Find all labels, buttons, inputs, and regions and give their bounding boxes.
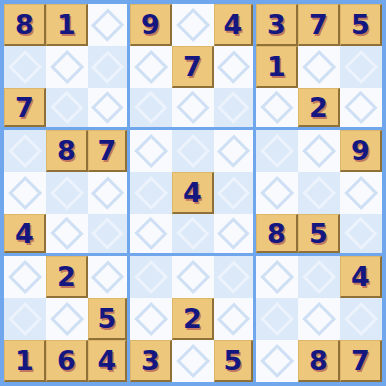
empty-cell xyxy=(4,46,46,88)
cell-r3c4[interactable] xyxy=(130,88,172,130)
empty-cell xyxy=(298,256,340,298)
empty-cell xyxy=(214,298,253,340)
diamond-decoration-icon xyxy=(302,134,336,168)
given-digit: 1 xyxy=(4,340,46,382)
given-digit: 8 xyxy=(298,340,340,382)
diamond-decoration-icon xyxy=(91,260,124,293)
empty-cell xyxy=(172,88,214,127)
cell-r5c6[interactable] xyxy=(214,172,256,214)
cell-r1c9[interactable]: 5 xyxy=(340,4,382,46)
empty-cell xyxy=(46,46,88,88)
cell-r5c9[interactable] xyxy=(340,172,382,214)
diamond-decoration-icon xyxy=(50,176,84,210)
cell-r8c3[interactable]: 5 xyxy=(88,298,130,340)
diamond-decoration-icon xyxy=(218,218,250,250)
diamond-decoration-icon xyxy=(50,217,83,250)
cell-r5c4[interactable] xyxy=(130,172,172,214)
empty-cell xyxy=(298,130,340,172)
cell-r4c6[interactable] xyxy=(214,130,256,172)
empty-cell xyxy=(298,172,340,214)
diamond-decoration-icon xyxy=(134,302,168,336)
cell-r7c6[interactable] xyxy=(214,256,256,298)
diamond-decoration-icon xyxy=(217,134,250,167)
empty-cell xyxy=(130,298,172,340)
cell-r2c2[interactable] xyxy=(46,46,88,88)
empty-cell xyxy=(340,214,382,253)
cell-r4c8[interactable] xyxy=(298,130,340,172)
cell-r5c7[interactable] xyxy=(256,172,298,214)
empty-cell xyxy=(4,172,46,214)
diamond-decoration-icon xyxy=(260,302,294,336)
empty-cell xyxy=(340,298,382,340)
cell-r7c9[interactable]: 4 xyxy=(340,256,382,298)
empty-cell xyxy=(46,172,88,214)
diamond-decoration-icon xyxy=(50,91,83,124)
empty-cell xyxy=(88,172,127,214)
diamond-decoration-icon xyxy=(50,50,84,84)
empty-cell xyxy=(214,46,253,88)
diamond-decoration-icon xyxy=(302,260,336,294)
diamond-decoration-icon xyxy=(302,302,336,336)
cell-r7c5[interactable] xyxy=(172,256,214,298)
cell-r9c4[interactable]: 3 xyxy=(130,340,172,382)
empty-cell xyxy=(340,46,382,88)
given-digit: 4 xyxy=(172,172,214,214)
diamond-decoration-icon xyxy=(176,260,210,294)
cell-r5c8[interactable] xyxy=(298,172,340,214)
cell-r4c1[interactable] xyxy=(4,130,46,172)
diamond-decoration-icon xyxy=(176,91,209,124)
cell-r6c2[interactable] xyxy=(46,214,88,256)
empty-cell xyxy=(172,256,214,298)
diamond-decoration-icon xyxy=(302,50,336,84)
cell-r1c7[interactable]: 3 xyxy=(256,4,298,46)
diamond-decoration-icon xyxy=(176,8,210,42)
cell-r7c7[interactable] xyxy=(256,256,298,298)
diamond-decoration-icon xyxy=(218,92,250,124)
cell-r8c6[interactable] xyxy=(214,298,256,340)
cell-r5c2[interactable] xyxy=(46,172,88,214)
given-digit: 2 xyxy=(46,256,88,298)
cell-r3c8[interactable]: 2 xyxy=(298,88,340,130)
diamond-decoration-icon xyxy=(8,134,42,168)
cell-r3c9[interactable] xyxy=(340,88,382,130)
diamond-decoration-icon xyxy=(344,302,378,336)
given-digit: 4 xyxy=(214,4,253,46)
cell-r1c6[interactable]: 4 xyxy=(214,4,256,46)
cell-r7c2[interactable]: 2 xyxy=(46,256,88,298)
empty-cell xyxy=(130,130,172,172)
cell-r6c5[interactable] xyxy=(172,214,214,256)
cell-r3c7[interactable] xyxy=(256,88,298,130)
given-digit: 9 xyxy=(130,4,172,46)
diamond-decoration-icon xyxy=(344,217,377,250)
empty-cell xyxy=(214,214,253,253)
empty-cell xyxy=(4,130,46,172)
empty-cell xyxy=(172,340,214,382)
empty-cell xyxy=(298,298,340,340)
diamond-decoration-icon xyxy=(134,260,168,294)
diamond-decoration-icon xyxy=(8,260,42,294)
cell-r9c6[interactable]: 5 xyxy=(214,340,256,382)
diamond-decoration-icon xyxy=(344,91,377,124)
empty-cell xyxy=(130,46,172,88)
given-digit: 1 xyxy=(46,4,88,46)
cell-r1c8[interactable]: 7 xyxy=(298,4,340,46)
cell-r6c8[interactable]: 5 xyxy=(298,214,340,256)
empty-cell xyxy=(214,130,253,172)
cell-r8c2[interactable] xyxy=(46,298,88,340)
empty-cell xyxy=(256,172,298,214)
diamond-decoration-icon xyxy=(134,91,167,124)
cell-r6c6[interactable] xyxy=(214,214,256,256)
cell-r8c7[interactable] xyxy=(256,298,298,340)
cell-r8c5[interactable]: 2 xyxy=(172,298,214,340)
empty-cell xyxy=(88,4,127,46)
diamond-decoration-icon xyxy=(217,176,250,209)
diamond-decoration-icon xyxy=(176,344,210,378)
empty-cell xyxy=(130,214,172,253)
diamond-decoration-icon xyxy=(260,134,294,168)
given-digit: 2 xyxy=(172,298,214,340)
cell-r4c4[interactable] xyxy=(130,130,172,172)
empty-cell xyxy=(340,88,382,127)
empty-cell xyxy=(4,256,46,298)
empty-cell xyxy=(298,46,340,88)
cell-r2c5[interactable]: 7 xyxy=(172,46,214,88)
given-digit: 3 xyxy=(256,4,298,46)
cell-r4c5[interactable] xyxy=(172,130,214,172)
given-digit: 7 xyxy=(172,46,214,88)
diamond-decoration-icon xyxy=(8,302,42,336)
empty-cell xyxy=(214,256,253,298)
cell-r9c8[interactable]: 8 xyxy=(298,340,340,382)
sudoku-board: 81943757172879448524521643587 xyxy=(0,0,386,386)
cell-r2c8[interactable] xyxy=(298,46,340,88)
cell-r1c2[interactable]: 1 xyxy=(46,4,88,46)
empty-cell xyxy=(256,340,298,382)
diamond-decoration-icon xyxy=(8,50,42,84)
given-digit: 9 xyxy=(340,130,382,172)
cell-r8c1[interactable] xyxy=(4,298,46,340)
given-digit: 7 xyxy=(298,4,340,46)
empty-cell xyxy=(46,214,88,253)
cell-r2c6[interactable] xyxy=(214,46,256,88)
cell-r7c8[interactable] xyxy=(298,256,340,298)
cell-r7c3[interactable] xyxy=(88,256,130,298)
diamond-decoration-icon xyxy=(344,50,378,84)
given-digit: 5 xyxy=(214,340,253,382)
given-digit: 8 xyxy=(46,130,88,172)
given-digit: 3 xyxy=(130,340,172,382)
cell-r6c1[interactable]: 4 xyxy=(4,214,46,256)
cell-r3c5[interactable] xyxy=(172,88,214,130)
cell-r3c6[interactable] xyxy=(214,88,256,130)
empty-cell xyxy=(172,4,214,46)
diamond-decoration-icon xyxy=(176,134,210,168)
diamond-decoration-icon xyxy=(91,176,124,209)
diamond-decoration-icon xyxy=(260,344,294,378)
cell-r4c2[interactable]: 8 xyxy=(46,130,88,172)
cell-r1c4[interactable]: 9 xyxy=(130,4,172,46)
diamond-decoration-icon xyxy=(91,8,124,41)
given-digit: 4 xyxy=(340,256,382,298)
cell-r1c1[interactable]: 8 xyxy=(4,4,46,46)
diamond-decoration-icon xyxy=(8,176,42,210)
given-digit: 5 xyxy=(298,214,340,253)
cell-r8c4[interactable] xyxy=(130,298,172,340)
cell-r2c9[interactable] xyxy=(340,46,382,88)
cell-r6c9[interactable] xyxy=(340,214,382,256)
diamond-decoration-icon xyxy=(260,260,294,294)
given-digit: 5 xyxy=(340,4,382,46)
given-digit: 8 xyxy=(256,214,298,253)
diamond-decoration-icon xyxy=(217,260,250,293)
diamond-decoration-icon xyxy=(217,302,250,335)
diamond-decoration-icon xyxy=(134,134,168,168)
empty-cell xyxy=(130,256,172,298)
cell-r1c3[interactable] xyxy=(88,4,130,46)
given-digit: 6 xyxy=(46,340,88,382)
cell-r5c3[interactable] xyxy=(88,172,130,214)
empty-cell xyxy=(256,88,298,127)
cell-r3c3[interactable] xyxy=(88,88,130,130)
diamond-decoration-icon xyxy=(344,176,378,210)
cell-r4c9[interactable]: 9 xyxy=(340,130,382,172)
diamond-decoration-icon xyxy=(134,217,167,250)
cell-r2c1[interactable] xyxy=(4,46,46,88)
given-digit: 4 xyxy=(4,214,46,253)
empty-cell xyxy=(4,298,46,340)
diamond-decoration-icon xyxy=(217,50,250,83)
empty-cell xyxy=(46,298,88,340)
empty-cell xyxy=(256,130,298,172)
empty-cell xyxy=(172,130,214,172)
cell-r3c2[interactable] xyxy=(46,88,88,130)
cell-r4c7[interactable] xyxy=(256,130,298,172)
cell-r8c9[interactable] xyxy=(340,298,382,340)
cell-r9c3[interactable]: 4 xyxy=(88,340,130,382)
cell-r9c5[interactable] xyxy=(172,340,214,382)
diamond-decoration-icon xyxy=(92,92,124,124)
given-digit: 8 xyxy=(4,4,46,46)
given-digit: 5 xyxy=(88,298,127,340)
diamond-decoration-icon xyxy=(302,176,336,210)
empty-cell xyxy=(130,172,172,214)
cell-r9c2[interactable]: 6 xyxy=(46,340,88,382)
diamond-decoration-icon xyxy=(50,302,84,336)
given-digit: 1 xyxy=(256,46,298,88)
diamond-decoration-icon xyxy=(176,217,209,250)
empty-cell xyxy=(256,298,298,340)
empty-cell xyxy=(46,88,88,127)
diamond-decoration-icon xyxy=(260,91,293,124)
given-digit: 4 xyxy=(88,340,127,382)
cell-r9c7[interactable] xyxy=(256,340,298,382)
empty-cell xyxy=(130,88,172,127)
diamond-decoration-icon xyxy=(134,176,168,210)
diamond-decoration-icon xyxy=(260,176,294,210)
cell-r8c8[interactable] xyxy=(298,298,340,340)
cell-r6c7[interactable]: 8 xyxy=(256,214,298,256)
empty-cell xyxy=(340,172,382,214)
cell-r4c3[interactable]: 7 xyxy=(88,130,130,172)
cell-r7c1[interactable] xyxy=(4,256,46,298)
empty-cell xyxy=(214,172,253,214)
given-digit: 7 xyxy=(4,88,46,127)
cell-r7c4[interactable] xyxy=(130,256,172,298)
diamond-decoration-icon xyxy=(134,50,168,84)
cell-r5c1[interactable] xyxy=(4,172,46,214)
empty-cell xyxy=(214,88,253,127)
diamond-decoration-icon xyxy=(91,50,124,83)
empty-cell xyxy=(88,256,127,298)
given-digit: 2 xyxy=(298,88,340,127)
empty-cell xyxy=(256,256,298,298)
cell-r2c7[interactable]: 1 xyxy=(256,46,298,88)
cell-r9c1[interactable]: 1 xyxy=(4,340,46,382)
empty-cell xyxy=(172,214,214,253)
cell-r5c5[interactable]: 4 xyxy=(172,172,214,214)
empty-cell xyxy=(88,88,127,127)
diamond-decoration-icon xyxy=(92,218,124,250)
cell-r2c3[interactable] xyxy=(88,46,130,88)
cell-r1c5[interactable] xyxy=(172,4,214,46)
cell-r9c9[interactable]: 7 xyxy=(340,340,382,382)
cell-r3c1[interactable]: 7 xyxy=(4,88,46,130)
empty-cell xyxy=(88,46,127,88)
given-digit: 7 xyxy=(340,340,382,382)
cell-r2c4[interactable] xyxy=(130,46,172,88)
cell-r6c4[interactable] xyxy=(130,214,172,256)
empty-cell xyxy=(88,214,127,253)
given-digit: 7 xyxy=(88,130,127,172)
cell-r6c3[interactable] xyxy=(88,214,130,256)
